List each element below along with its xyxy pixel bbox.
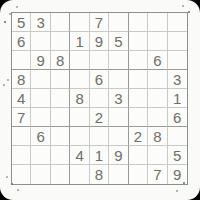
sudoku-cell-r8c8[interactable]	[148, 146, 167, 165]
sudoku-cell-r9c3[interactable]	[51, 165, 70, 184]
sudoku-cell-r2c3[interactable]	[51, 32, 70, 51]
sudoku-cell-r5c8[interactable]	[148, 89, 167, 108]
sudoku-cell-r7c5[interactable]	[90, 127, 109, 146]
sudoku-cell-r2c5[interactable]: 9	[90, 32, 109, 51]
sudoku-cell-r6c4[interactable]	[70, 108, 89, 127]
sudoku-cell-r6c3[interactable]	[51, 108, 70, 127]
sudoku-cell-r4c2[interactable]	[31, 70, 50, 89]
sudoku-cell-r5c3[interactable]	[51, 89, 70, 108]
sudoku-cell-r8c7[interactable]	[129, 146, 148, 165]
sudoku-cell-r3c4[interactable]	[70, 51, 89, 70]
sudoku-cell-r4c6[interactable]	[109, 70, 128, 89]
sudoku-cell-r8c9[interactable]: 5	[168, 146, 187, 165]
corner-speck	[17, 189, 19, 191]
sudoku-cell-r5c2[interactable]	[31, 89, 50, 108]
sudoku-cell-r2c2[interactable]	[31, 32, 50, 51]
sudoku-cell-r7c7[interactable]: 2	[129, 127, 148, 146]
sudoku-cell-r4c1[interactable]: 8	[12, 70, 31, 89]
sudoku-cell-r1c7[interactable]	[129, 13, 148, 32]
sudoku-cell-r6c7[interactable]	[129, 108, 148, 127]
sudoku-cell-r1c6[interactable]	[109, 13, 128, 32]
sudoku-cell-r7c9[interactable]	[168, 127, 187, 146]
sudoku-cell-r8c6[interactable]: 9	[109, 146, 128, 165]
sudoku-cell-r6c9[interactable]: 6	[168, 108, 187, 127]
sudoku-cell-r7c8[interactable]: 8	[148, 127, 167, 146]
sudoku-cell-r7c4[interactable]	[70, 127, 89, 146]
sudoku-cell-r5c9[interactable]: 1	[168, 89, 187, 108]
sudoku-cell-r1c8[interactable]	[148, 13, 167, 32]
sudoku-cell-r4c5[interactable]: 6	[90, 70, 109, 89]
sudoku-cell-r4c3[interactable]	[51, 70, 70, 89]
sudoku-cell-r6c2[interactable]	[31, 108, 50, 127]
sudoku-cell-r3c3[interactable]: 8	[51, 51, 70, 70]
corner-speck	[6, 176, 8, 178]
sudoku-cell-r9c8[interactable]: 7	[148, 165, 167, 184]
sudoku-photo: { "game": "sudoku", "position": "53..7..…	[0, 0, 200, 200]
sudoku-cell-r3c8[interactable]: 6	[148, 51, 167, 70]
corner-speck	[188, 11, 190, 13]
sudoku-cell-r5c1[interactable]: 4	[12, 89, 31, 108]
sudoku-cell-r9c6[interactable]	[109, 165, 128, 184]
sudoku-cell-r1c1[interactable]: 5	[12, 13, 31, 32]
sudoku-cell-r5c7[interactable]	[129, 89, 148, 108]
sudoku-cell-r4c4[interactable]	[70, 70, 89, 89]
sudoku-grid: 537619598686348317266284195879	[11, 12, 188, 185]
sudoku-cell-r2c7[interactable]	[129, 32, 148, 51]
sudoku-cell-r8c2[interactable]	[31, 146, 50, 165]
sudoku-cell-r2c9[interactable]	[168, 32, 187, 51]
sudoku-cell-r3c2[interactable]: 9	[31, 51, 50, 70]
sudoku-cell-r7c2[interactable]: 6	[31, 127, 50, 146]
sudoku-cell-r3c6[interactable]	[109, 51, 128, 70]
corner-speck	[9, 13, 11, 15]
sudoku-cell-r8c1[interactable]	[12, 146, 31, 165]
sudoku-cell-r9c4[interactable]	[70, 165, 89, 184]
sudoku-cell-r8c5[interactable]: 1	[90, 146, 109, 165]
sudoku-cell-r1c3[interactable]	[51, 13, 70, 32]
sudoku-cell-r7c1[interactable]	[12, 127, 31, 146]
corner-speck	[16, 6, 18, 8]
edge-speck	[3, 84, 5, 86]
sudoku-cell-r8c4[interactable]: 4	[70, 146, 89, 165]
sudoku-cell-r4c8[interactable]	[148, 70, 167, 89]
puzzle-card: 537619598686348317266284195879	[0, 0, 200, 200]
sudoku-cell-r9c5[interactable]: 8	[90, 165, 109, 184]
corner-speck	[176, 190, 178, 192]
sudoku-cell-r2c6[interactable]: 5	[109, 32, 128, 51]
corner-speck	[4, 21, 6, 23]
sudoku-cell-r1c9[interactable]	[168, 13, 187, 32]
sudoku-cell-r3c1[interactable]	[12, 51, 31, 70]
sudoku-cell-r5c6[interactable]: 3	[109, 89, 128, 108]
sudoku-cell-r7c3[interactable]	[51, 127, 70, 146]
sudoku-cell-r6c6[interactable]	[109, 108, 128, 127]
sudoku-cell-r7c6[interactable]	[109, 127, 128, 146]
sudoku-cell-r5c4[interactable]: 8	[70, 89, 89, 108]
sudoku-cell-r2c4[interactable]: 1	[70, 32, 89, 51]
sudoku-cell-r3c9[interactable]	[168, 51, 187, 70]
sudoku-cell-r6c8[interactable]	[148, 108, 167, 127]
sudoku-cell-r1c4[interactable]	[70, 13, 89, 32]
sudoku-cell-r5c5[interactable]	[90, 89, 109, 108]
edge-speck	[7, 79, 9, 81]
corner-speck	[183, 182, 185, 184]
sudoku-cell-r4c7[interactable]	[129, 70, 148, 89]
sudoku-cell-r9c2[interactable]	[31, 165, 50, 184]
sudoku-cell-r3c5[interactable]	[90, 51, 109, 70]
corner-speck	[182, 5, 184, 7]
sudoku-cell-r4c9[interactable]: 3	[168, 70, 187, 89]
sudoku-cell-r9c7[interactable]	[129, 165, 148, 184]
corner-speck	[11, 183, 13, 185]
sudoku-cell-r2c8[interactable]	[148, 32, 167, 51]
sudoku-cell-r6c5[interactable]: 2	[90, 108, 109, 127]
sudoku-cell-r1c2[interactable]: 3	[31, 13, 50, 32]
sudoku-cell-r1c5[interactable]: 7	[90, 13, 109, 32]
sudoku-cell-r6c1[interactable]: 7	[12, 108, 31, 127]
sudoku-cell-r8c3[interactable]	[51, 146, 70, 165]
sudoku-cell-r2c1[interactable]: 6	[12, 32, 31, 51]
sudoku-cell-r3c7[interactable]	[129, 51, 148, 70]
sudoku-cell-r9c1[interactable]	[12, 165, 31, 184]
